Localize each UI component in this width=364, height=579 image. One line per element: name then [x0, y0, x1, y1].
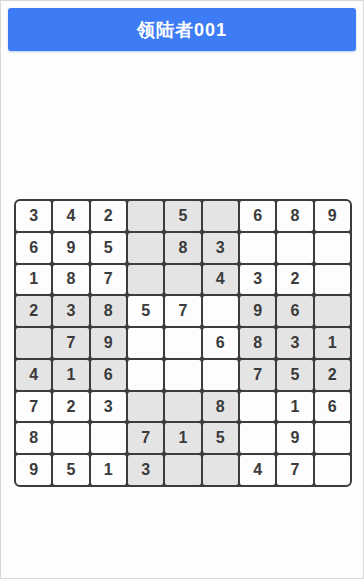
- sudoku-cell-r4c4[interactable]: 5: [128, 296, 163, 326]
- sudoku-cell-r9c4[interactable]: 3: [128, 455, 163, 485]
- sudoku-cell-r1c3[interactable]: 2: [91, 201, 126, 231]
- sudoku-cell-r7c4[interactable]: [128, 392, 163, 422]
- sudoku-cell-r6c2[interactable]: 1: [53, 360, 88, 390]
- sudoku-cell-r4c8[interactable]: 6: [277, 296, 312, 326]
- sudoku-cell-r1c9[interactable]: 9: [315, 201, 350, 231]
- sudoku-cell-r6c4[interactable]: [128, 360, 163, 390]
- sudoku-cell-r2c3[interactable]: 5: [91, 233, 126, 263]
- sudoku-cell-r7c2[interactable]: 2: [53, 392, 88, 422]
- sudoku-cell-r7c8[interactable]: 1: [277, 392, 312, 422]
- sudoku-cell-r2c1[interactable]: 6: [16, 233, 51, 263]
- sudoku-cell-r8c1[interactable]: 8: [16, 423, 51, 453]
- sudoku-cell-r3c9[interactable]: [315, 265, 350, 295]
- sudoku-cell-r9c3[interactable]: 1: [91, 455, 126, 485]
- sudoku-cell-r4c9[interactable]: [315, 296, 350, 326]
- sudoku-cell-r5c3[interactable]: 9: [91, 328, 126, 358]
- sudoku-cell-r5c6[interactable]: 6: [203, 328, 238, 358]
- sudoku-cell-r5c4[interactable]: [128, 328, 163, 358]
- sudoku-cell-r2c2[interactable]: 9: [53, 233, 88, 263]
- sudoku-cell-r8c6[interactable]: 5: [203, 423, 238, 453]
- sudoku-cell-r9c5[interactable]: [165, 455, 200, 485]
- sudoku-cell-r1c2[interactable]: 4: [53, 201, 88, 231]
- sudoku-cell-r8c9[interactable]: [315, 423, 350, 453]
- sudoku-cell-r3c7[interactable]: 3: [240, 265, 275, 295]
- sudoku-cell-r9c2[interactable]: 5: [53, 455, 88, 485]
- sudoku-cell-r2c9[interactable]: [315, 233, 350, 263]
- sudoku-cell-r9c1[interactable]: 9: [16, 455, 51, 485]
- sudoku-cell-r3c3[interactable]: 7: [91, 265, 126, 295]
- sudoku-board: 3425689695831874322385796796831416752723…: [14, 199, 352, 487]
- sudoku-cell-r2c4[interactable]: [128, 233, 163, 263]
- sudoku-cell-r6c1[interactable]: 4: [16, 360, 51, 390]
- sudoku-cell-r7c3[interactable]: 3: [91, 392, 126, 422]
- sudoku-cell-r9c8[interactable]: 7: [277, 455, 312, 485]
- sudoku-cell-r8c5[interactable]: 1: [165, 423, 200, 453]
- app-window: 领陆者001 342568969583187432238579679683141…: [0, 0, 364, 579]
- sudoku-cell-r5c1[interactable]: [16, 328, 51, 358]
- sudoku-cell-r1c5[interactable]: 5: [165, 201, 200, 231]
- sudoku-cell-r1c7[interactable]: 6: [240, 201, 275, 231]
- sudoku-cell-r6c8[interactable]: 5: [277, 360, 312, 390]
- app-header: 领陆者001: [8, 8, 356, 51]
- sudoku-cell-r8c2[interactable]: [53, 423, 88, 453]
- sudoku-cell-r4c1[interactable]: 2: [16, 296, 51, 326]
- sudoku-cell-r6c7[interactable]: 7: [240, 360, 275, 390]
- sudoku-cell-r3c6[interactable]: 4: [203, 265, 238, 295]
- sudoku-cell-r4c5[interactable]: 7: [165, 296, 200, 326]
- sudoku-cell-r3c5[interactable]: [165, 265, 200, 295]
- sudoku-cell-r8c3[interactable]: [91, 423, 126, 453]
- sudoku-cell-r9c6[interactable]: [203, 455, 238, 485]
- sudoku-cell-r9c9[interactable]: [315, 455, 350, 485]
- sudoku-cell-r4c2[interactable]: 3: [53, 296, 88, 326]
- sudoku-cell-r2c6[interactable]: 3: [203, 233, 238, 263]
- sudoku-cell-r4c7[interactable]: 9: [240, 296, 275, 326]
- sudoku-cell-r5c5[interactable]: [165, 328, 200, 358]
- sudoku-cell-r1c1[interactable]: 3: [16, 201, 51, 231]
- sudoku-cell-r3c4[interactable]: [128, 265, 163, 295]
- app-title: 领陆者001: [137, 18, 227, 42]
- sudoku-cell-r7c1[interactable]: 7: [16, 392, 51, 422]
- sudoku-cell-r3c1[interactable]: 1: [16, 265, 51, 295]
- sudoku-cell-r6c3[interactable]: 6: [91, 360, 126, 390]
- sudoku-cell-r7c7[interactable]: [240, 392, 275, 422]
- sudoku-cell-r2c8[interactable]: [277, 233, 312, 263]
- sudoku-cell-r1c6[interactable]: [203, 201, 238, 231]
- sudoku-cell-r6c6[interactable]: [203, 360, 238, 390]
- sudoku-cell-r6c9[interactable]: 2: [315, 360, 350, 390]
- sudoku-cell-r6c5[interactable]: [165, 360, 200, 390]
- sudoku-cell-r5c8[interactable]: 3: [277, 328, 312, 358]
- sudoku-cell-r9c7[interactable]: 4: [240, 455, 275, 485]
- sudoku-cell-r8c4[interactable]: 7: [128, 423, 163, 453]
- sudoku-cell-r8c7[interactable]: [240, 423, 275, 453]
- sudoku-cell-r7c5[interactable]: [165, 392, 200, 422]
- sudoku-cell-r5c9[interactable]: 1: [315, 328, 350, 358]
- sudoku-cell-r3c2[interactable]: 8: [53, 265, 88, 295]
- sudoku-cell-r7c6[interactable]: 8: [203, 392, 238, 422]
- sudoku-cell-r1c4[interactable]: [128, 201, 163, 231]
- sudoku-cell-r5c7[interactable]: 8: [240, 328, 275, 358]
- sudoku-cell-r4c6[interactable]: [203, 296, 238, 326]
- sudoku-cell-r2c5[interactable]: 8: [165, 233, 200, 263]
- sudoku-cell-r7c9[interactable]: 6: [315, 392, 350, 422]
- sudoku-cell-r5c2[interactable]: 7: [53, 328, 88, 358]
- sudoku-cell-r1c8[interactable]: 8: [277, 201, 312, 231]
- sudoku-cell-r3c8[interactable]: 2: [277, 265, 312, 295]
- sudoku-cell-r4c3[interactable]: 8: [91, 296, 126, 326]
- sudoku-cell-r2c7[interactable]: [240, 233, 275, 263]
- sudoku-cell-r8c8[interactable]: 9: [277, 423, 312, 453]
